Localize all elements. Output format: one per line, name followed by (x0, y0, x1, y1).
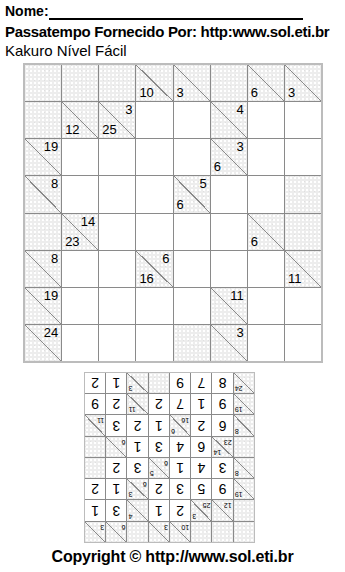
entry-cell-r8c7-solution: 1 (106, 373, 126, 393)
solution-digit: 9 (213, 394, 233, 414)
entry-cell-r6c5-solution: 1 (149, 416, 169, 436)
clue-cell-r8c1-solution: 24 (234, 373, 254, 393)
entry-cell-r2c4[interactable] (136, 102, 172, 138)
clue-cell-r3c6: 36 (211, 139, 247, 175)
solution-digit: 6 (213, 416, 233, 436)
clue-cell-r2c2-solution: 12 (213, 501, 233, 521)
solution-digit: 2 (128, 416, 148, 436)
entry-cell-r5c3[interactable] (99, 214, 135, 250)
entry-cell-r6c3-solution: 2 (191, 416, 211, 436)
entry-cell-r2c8-solution: 1 (85, 501, 105, 521)
entry-cell-r8c3-solution: 7 (191, 373, 211, 393)
solution-digit: 3 (149, 437, 169, 457)
clue-cell-r7c1: 19 (25, 288, 61, 324)
clue-cell-r2c6-solution: 4 (128, 501, 148, 521)
entry-cell-r7c7[interactable] (248, 288, 284, 324)
across-clue: 3 (125, 103, 132, 117)
entry-cell-r7c7-solution: 2 (106, 394, 126, 414)
entry-cell-r3c8-solution: 2 (85, 479, 105, 499)
down-clue: 12 (65, 123, 79, 137)
solution-digit: 3 (213, 458, 233, 478)
solution-digit: 1 (149, 416, 169, 436)
down-clue: 6 (177, 198, 184, 212)
down-clue: 11 (97, 417, 104, 425)
solution-digit: 1 (106, 479, 126, 499)
clue-cell-r1c5: 3 (174, 65, 210, 101)
blank-cell-r2c1-solution (234, 501, 254, 521)
solution-digit: 3 (106, 501, 126, 521)
clue-cell-r2c3-solution: 325 (191, 501, 211, 521)
clue-cell-r8c6: 3 (211, 325, 247, 361)
solution-digit: 1 (85, 501, 105, 521)
clue-cell-r5c2: 1423 (62, 214, 98, 250)
entry-cell-r6c5[interactable] (174, 251, 210, 287)
entry-cell-r7c5-solution: 2 (149, 394, 169, 414)
entry-cell-r3c2-solution: 9 (213, 479, 233, 499)
across-clue: 8 (51, 177, 58, 191)
entry-cell-r3c7-solution: 1 (106, 479, 126, 499)
down-clue: 11 (288, 272, 302, 286)
across-clue: 3 (129, 491, 133, 499)
clue-cell-r1c4-solution: 10 (170, 522, 190, 542)
entry-cell-r7c8[interactable] (285, 288, 321, 324)
entry-cell-r5c6-solution: 1 (128, 437, 148, 457)
blank-cell-r1c2 (62, 65, 98, 101)
entry-cell-r6c7-solution: 3 (106, 416, 126, 436)
entry-cell-r5c5[interactable] (174, 214, 210, 250)
clue-cell-r2c3: 325 (99, 102, 135, 138)
clue-cell-r2c2: 12 (62, 102, 98, 138)
entry-cell-r2c7[interactable] (248, 102, 284, 138)
name-label: Nome: (5, 3, 49, 20)
entry-cell-r5c4[interactable] (136, 214, 172, 250)
entry-cell-r4c3[interactable] (99, 176, 135, 212)
solution-digit: 5 (191, 479, 211, 499)
clue-cell-r1c7: 6 (248, 65, 284, 101)
down-clue: 10 (181, 523, 189, 531)
blank-cell-r5c1 (25, 214, 61, 250)
entry-cell-r6c2[interactable] (62, 251, 98, 287)
clue-cell-r1c8: 3 (285, 65, 321, 101)
entry-cell-r8c4-solution: 9 (170, 373, 190, 393)
entry-cell-r3c5[interactable] (174, 139, 210, 175)
clue-cell-r3c1-solution: 19 (234, 479, 254, 499)
clue-cell-r8c1: 24 (25, 325, 61, 361)
clue-cell-r1c7-solution: 6 (106, 522, 126, 542)
kakuro-solution-board-rotated-180: 1036312325214311995323612834156321423643… (84, 372, 255, 543)
down-clue: 3 (100, 523, 104, 531)
across-clue: 8 (235, 469, 239, 477)
down-clue: 6 (214, 160, 221, 174)
blank-cell-r5c8 (285, 214, 321, 250)
solution-digit: 4 (170, 437, 190, 457)
entry-cell-r7c4[interactable] (136, 288, 172, 324)
entry-cell-r8c7[interactable] (248, 325, 284, 361)
across-clue: 6 (162, 252, 169, 266)
across-clue: 14 (214, 448, 222, 456)
entry-cell-r5c5-solution: 3 (149, 437, 169, 457)
entry-cell-r8c8-solution: 2 (85, 373, 105, 393)
down-clue: 12 (224, 502, 232, 510)
down-clue: 25 (203, 502, 211, 510)
blank-cell-r1c1-solution (234, 522, 254, 542)
down-clue: 3 (177, 86, 184, 100)
entry-cell-r2c7-solution: 3 (106, 501, 126, 521)
solution-digit: 2 (149, 479, 169, 499)
across-clue: 24 (235, 384, 243, 392)
clue-cell-r5c7: 6 (248, 214, 284, 250)
down-clue: 6 (164, 459, 168, 467)
blank-cell-r1c1 (25, 65, 61, 101)
across-clue: 4 (237, 103, 244, 117)
across-clue: 19 (235, 491, 243, 499)
blank-cell-r5c1-solution (234, 437, 254, 457)
across-clue: 14 (81, 215, 95, 229)
entry-cell-r4c7-solution: 2 (106, 458, 126, 478)
clue-cell-r6c1: 8 (25, 251, 61, 287)
clue-cell-r4c1-solution: 8 (234, 458, 254, 478)
solution-digit: 2 (106, 394, 126, 414)
blank-cell-r1c3-solution (191, 522, 211, 542)
clue-cell-r5c7-solution: 6 (106, 437, 126, 457)
across-clue: 5 (199, 177, 206, 191)
solution-digit: 2 (85, 373, 105, 393)
solution-digit: 3 (128, 458, 148, 478)
entry-cell-r6c7[interactable] (248, 251, 284, 287)
across-clue: 8 (235, 427, 239, 435)
solution-digit: 1 (128, 437, 148, 457)
clue-cell-r1c8-solution: 3 (85, 522, 105, 542)
entry-cell-r8c4[interactable] (136, 325, 172, 361)
entry-cell-r4c2-solution: 3 (213, 458, 233, 478)
entry-cell-r2c8[interactable] (285, 102, 321, 138)
entry-cell-r6c2-solution: 6 (213, 416, 233, 436)
entry-cell-r2c4-solution: 2 (170, 501, 190, 521)
entry-cell-r7c3[interactable] (99, 288, 135, 324)
entry-cell-r3c3-solution: 5 (191, 479, 211, 499)
entry-cell-r5c6[interactable] (211, 214, 247, 250)
clue-cell-r3c1: 19 (25, 139, 61, 175)
solution-digit: 1 (106, 373, 126, 393)
solution-digit: 6 (191, 437, 211, 457)
across-clue: 4 (129, 512, 133, 520)
solution-digit: 9 (213, 479, 233, 499)
clue-cell-r7c6: 11 (211, 288, 247, 324)
blank-cell-r2c1 (25, 102, 61, 138)
entry-cell-r3c2[interactable] (62, 139, 98, 175)
entry-cell-r4c7[interactable] (248, 176, 284, 212)
entry-cell-r7c4-solution: 7 (170, 394, 190, 414)
blank-cell-r4c8 (285, 176, 321, 212)
down-clue: 23 (224, 438, 232, 446)
entry-cell-r7c2-solution: 9 (213, 394, 233, 414)
entry-cell-r3c7[interactable] (248, 139, 284, 175)
name-underline (49, 3, 303, 20)
blank-cell-r5c8-solution (85, 437, 105, 457)
solution-digit: 4 (191, 458, 211, 478)
clue-cell-r5c2-solution: 1423 (213, 437, 233, 457)
entry-cell-r4c2[interactable] (62, 176, 98, 212)
clue-cell-r4c1: 8 (25, 176, 61, 212)
solution-digit: 3 (106, 416, 126, 436)
entry-cell-r4c6[interactable] (211, 176, 247, 212)
clue-cell-r1c4: 10 (136, 65, 172, 101)
copyright-text: Copyright © http://www.sol.eti.br (0, 548, 345, 566)
down-clue: 10 (139, 86, 153, 100)
across-clue: 8 (51, 252, 58, 266)
across-clue: 6 (171, 427, 175, 435)
solution-digit: 1 (170, 458, 190, 478)
entry-cell-r7c2[interactable] (62, 288, 98, 324)
across-clue: 24 (44, 326, 58, 340)
clue-cell-r6c4: 616 (136, 251, 172, 287)
blank-cell-r8c5-solution (149, 373, 169, 393)
entry-cell-r4c3-solution: 4 (191, 458, 211, 478)
across-clue: 11 (129, 406, 136, 414)
clue-cell-r6c4-solution: 616 (170, 416, 190, 436)
entry-cell-r5c3-solution: 6 (191, 437, 211, 457)
clue-cell-r6c8-solution: 11 (85, 416, 105, 436)
solution-digit: 7 (191, 373, 211, 393)
across-clue: 19 (44, 289, 58, 303)
blank-cell-r1c6-solution (128, 522, 148, 542)
solution-digit: 9 (85, 394, 105, 414)
clue-cell-r6c8: 11 (285, 251, 321, 287)
across-clue: 3 (237, 326, 244, 340)
provider-line: Passatempo Fornecido Por: http:www.sol.e… (5, 23, 329, 40)
down-clue: 6 (143, 480, 147, 488)
solution-digit: 3 (170, 479, 190, 499)
entry-cell-r5c4-solution: 4 (170, 437, 190, 457)
across-clue: 11 (230, 289, 244, 303)
clue-cell-r6c1-solution: 8 (234, 416, 254, 436)
clue-cell-r7c1-solution: 19 (234, 394, 254, 414)
blank-cell-r1c6 (211, 65, 247, 101)
down-clue: 3 (164, 523, 168, 531)
across-clue: 5 (150, 469, 154, 477)
solution-digit: 1 (191, 394, 211, 414)
kakuro-page: Nome: Passatempo Fornecido Por: http:www… (0, 0, 345, 572)
solution-digit: 7 (170, 394, 190, 414)
blank-cell-r4c8-solution (85, 458, 105, 478)
down-clue: 16 (139, 272, 153, 286)
blank-cell-r8c5 (174, 325, 210, 361)
solution-digit: 2 (149, 394, 169, 414)
across-clue: 3 (237, 140, 244, 154)
solution-digit: 8 (213, 373, 233, 393)
clue-cell-r3c6-solution: 36 (128, 479, 148, 499)
clue-cell-r7c6-solution: 11 (128, 394, 148, 414)
blank-cell-r1c2-solution (213, 522, 233, 542)
entry-cell-r6c3[interactable] (99, 251, 135, 287)
entry-cell-r6c6-solution: 2 (128, 416, 148, 436)
across-clue: 19 (235, 406, 243, 414)
across-clue: 3 (192, 512, 196, 520)
clue-cell-r8c6-solution: 3 (128, 373, 148, 393)
solution-digit: 2 (85, 479, 105, 499)
entry-cell-r3c3[interactable] (99, 139, 135, 175)
entry-cell-r7c3-solution: 1 (191, 394, 211, 414)
entry-cell-r3c5-solution: 2 (149, 479, 169, 499)
solution-digit: 9 (170, 373, 190, 393)
down-clue: 23 (65, 235, 79, 249)
entry-cell-r7c8-solution: 9 (85, 394, 105, 414)
entry-cell-r8c2[interactable] (62, 325, 98, 361)
kakuro-puzzle-board: 103631232541936856142368616111911243 (23, 63, 323, 363)
solution-digit: 1 (149, 501, 169, 521)
down-clue: 3 (288, 86, 295, 100)
entry-cell-r8c3[interactable] (99, 325, 135, 361)
across-clue: 3 (129, 384, 133, 392)
solution-digit: 2 (170, 501, 190, 521)
entry-cell-r4c4[interactable] (136, 176, 172, 212)
entry-cell-r2c5[interactable] (174, 102, 210, 138)
down-clue: 25 (102, 123, 116, 137)
clue-cell-r2c6: 4 (211, 102, 247, 138)
clue-cell-r1c5-solution: 3 (149, 522, 169, 542)
page-title: Kakuro Nível Fácil (5, 42, 127, 59)
entry-cell-r8c8[interactable] (285, 325, 321, 361)
entry-cell-r6c6[interactable] (211, 251, 247, 287)
entry-cell-r2c5-solution: 1 (149, 501, 169, 521)
clue-cell-r4c5: 56 (174, 176, 210, 212)
solution-digit: 2 (191, 416, 211, 436)
blank-cell-r1c3 (99, 65, 135, 101)
entry-cell-r3c4[interactable] (136, 139, 172, 175)
entry-cell-r3c4-solution: 3 (170, 479, 190, 499)
entry-cell-r7c5[interactable] (174, 288, 210, 324)
entry-cell-r4c4-solution: 1 (170, 458, 190, 478)
entry-cell-r3c8[interactable] (285, 139, 321, 175)
down-clue: 6 (251, 235, 258, 249)
entry-cell-r8c2-solution: 8 (213, 373, 233, 393)
down-clue: 6 (122, 438, 126, 446)
down-clue: 6 (251, 86, 258, 100)
down-clue: 6 (122, 523, 126, 531)
name-row: Nome: (5, 3, 303, 20)
solution-digit: 2 (106, 458, 126, 478)
across-clue: 19 (44, 140, 58, 154)
down-clue: 16 (181, 417, 189, 425)
entry-cell-r4c6-solution: 3 (128, 458, 148, 478)
clue-cell-r4c5-solution: 56 (149, 458, 169, 478)
